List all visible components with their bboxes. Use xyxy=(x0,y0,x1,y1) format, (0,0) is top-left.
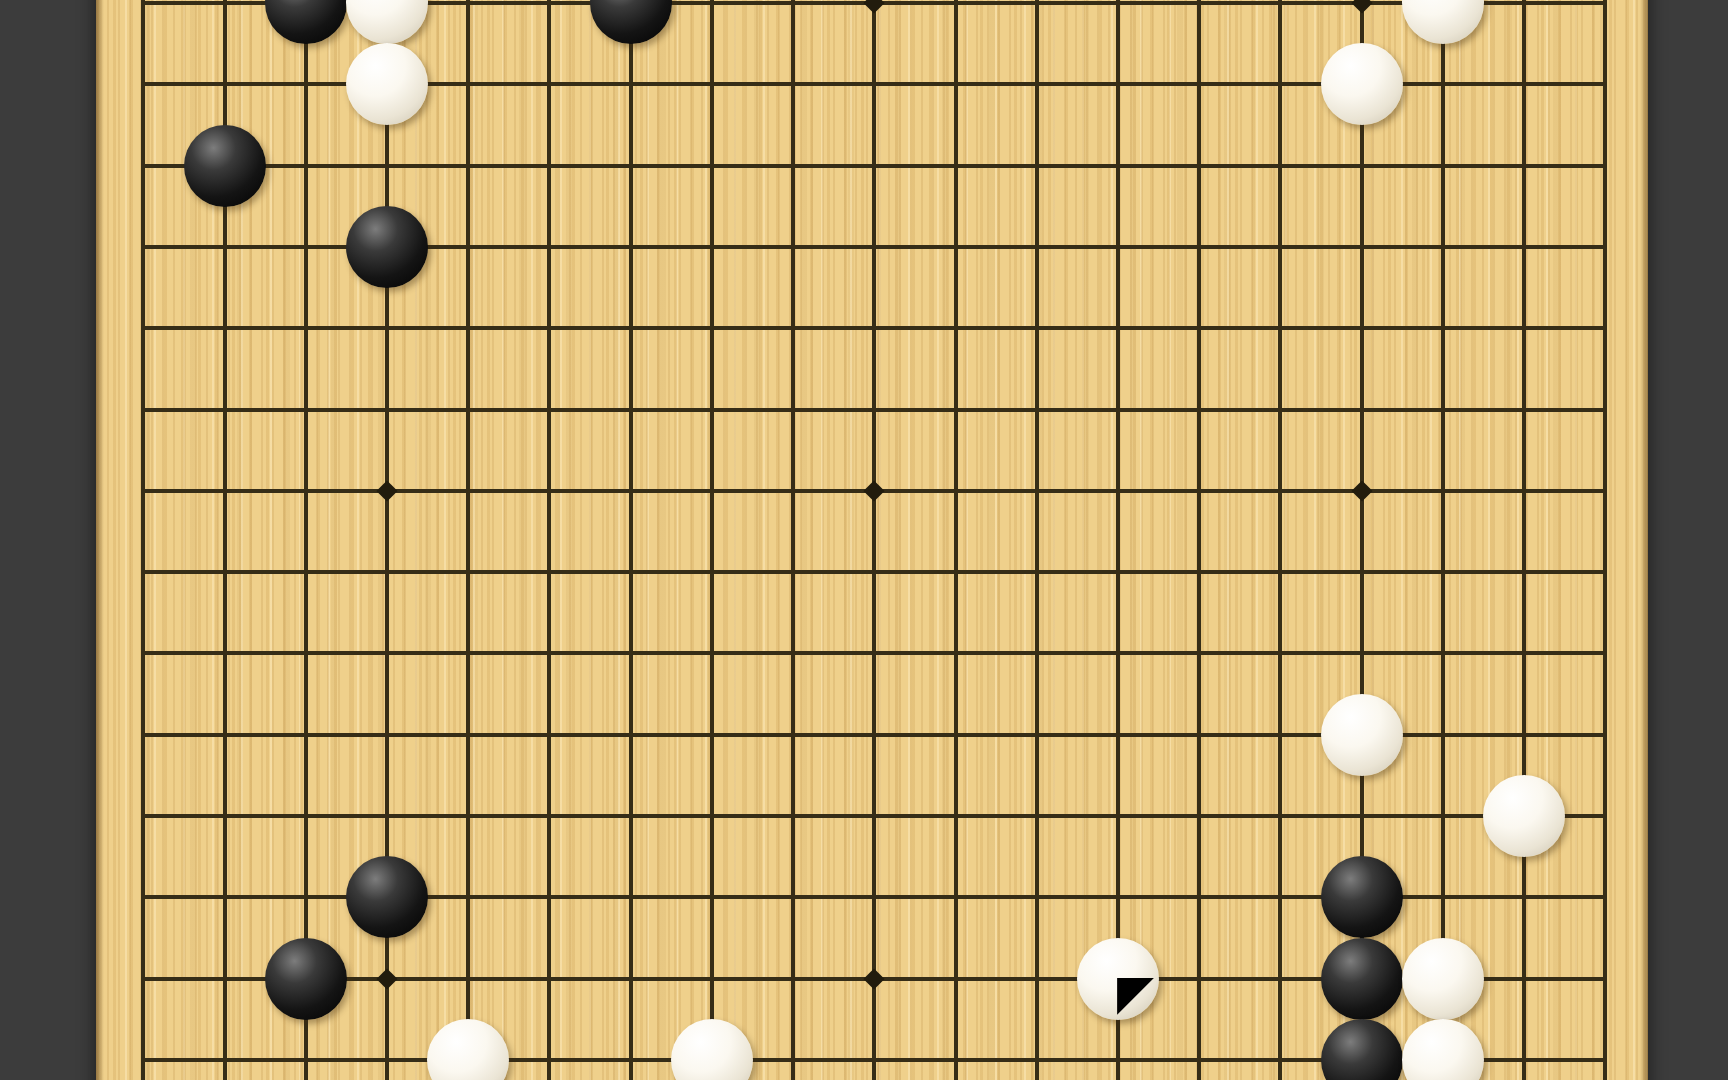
hoshi-star-point xyxy=(864,968,885,989)
black-stone-c4 xyxy=(265,938,347,1020)
grid-line-vertical xyxy=(1197,0,1201,1080)
grid-line-horizontal xyxy=(141,408,1607,412)
board-edge-right xyxy=(1640,0,1648,1080)
grid-line-vertical xyxy=(872,0,876,1080)
grid-line-vertical xyxy=(466,0,470,1080)
grid-line-vertical xyxy=(1116,0,1120,1080)
white-stone-r4 xyxy=(1402,938,1484,1020)
black-stone-q5 xyxy=(1321,856,1403,938)
white-stone-q15 xyxy=(1321,43,1403,125)
black-stone-q3 xyxy=(1321,1019,1403,1080)
grid-line-vertical xyxy=(304,0,308,1080)
triangle-marker-icon xyxy=(1117,978,1154,1015)
white-stone-d16 xyxy=(346,0,428,44)
white-stone-r16 xyxy=(1402,0,1484,44)
grid-line-vertical xyxy=(629,0,633,1080)
hoshi-star-point xyxy=(376,968,397,989)
go-board[interactable] xyxy=(96,0,1648,1080)
grid-line-horizontal xyxy=(141,164,1607,168)
grid-line-vertical xyxy=(710,0,714,1080)
hoshi-star-point xyxy=(1351,480,1372,501)
grid-line-vertical xyxy=(1441,0,1445,1080)
grid-line-vertical xyxy=(1278,0,1282,1080)
black-stone-c16 xyxy=(265,0,347,44)
hoshi-star-point xyxy=(864,0,885,14)
board-edge-left xyxy=(96,0,104,1080)
grid-line-horizontal xyxy=(141,570,1607,574)
grid-line-vertical xyxy=(954,0,958,1080)
grid-line-vertical xyxy=(141,0,145,1080)
white-stone-q7 xyxy=(1321,694,1403,776)
black-stone-b14 xyxy=(184,125,266,207)
white-stone-s6 xyxy=(1483,775,1565,857)
grid-line-vertical xyxy=(1522,0,1526,1080)
grid-line-vertical xyxy=(547,0,551,1080)
black-stone-q4 xyxy=(1321,938,1403,1020)
white-stone-r3 xyxy=(1402,1019,1484,1080)
hoshi-star-point xyxy=(376,480,397,501)
grid-line-horizontal xyxy=(141,326,1607,330)
black-stone-g16 xyxy=(590,0,672,44)
black-stone-d5 xyxy=(346,856,428,938)
grid-line-horizontal xyxy=(141,814,1607,818)
white-stone-d15 xyxy=(346,43,428,125)
hoshi-star-point xyxy=(1351,0,1372,14)
grid-line-vertical xyxy=(1035,0,1039,1080)
grid-line-vertical xyxy=(791,0,795,1080)
white-stone-n4 xyxy=(1077,938,1159,1020)
black-stone-d13 xyxy=(346,206,428,288)
hoshi-star-point xyxy=(864,480,885,501)
white-stone-h3 xyxy=(671,1019,753,1080)
white-stone-e3 xyxy=(427,1019,509,1080)
screen xyxy=(0,0,1728,1080)
grid-line-vertical xyxy=(1603,0,1607,1080)
grid-line-horizontal xyxy=(141,651,1607,655)
